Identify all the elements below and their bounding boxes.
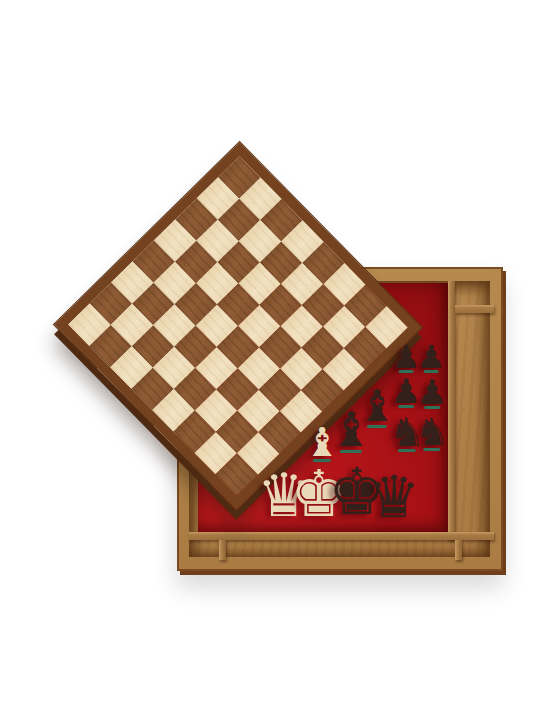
product-photo: ♟♟♟♟♝♝♝♞♞♛♚♚♛: [0, 0, 540, 720]
divider-stub-bottom-left: [219, 540, 226, 560]
divider-stub-top-right: [455, 305, 494, 313]
divider-right-vertical: [448, 281, 455, 540]
divider-stub-bottom-right: [455, 540, 462, 560]
divider-bottom-horizontal: [189, 532, 494, 540]
